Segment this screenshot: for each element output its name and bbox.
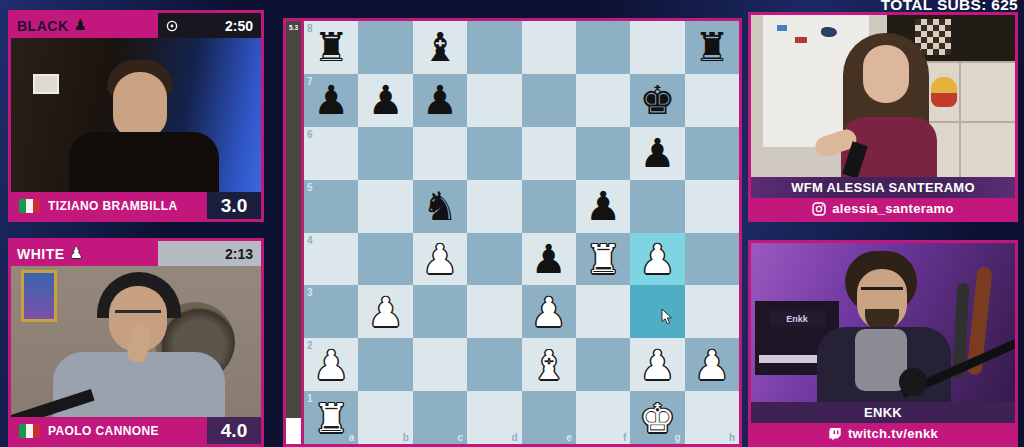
square-g6[interactable]: ♟: [630, 127, 684, 180]
webcam-commentator-top: [751, 15, 1015, 177]
black-side-label: BLACK: [17, 18, 69, 34]
white-player-panel: WHITE ♟ 2:13 PAOLO CANNONE 4.0: [8, 238, 264, 447]
black-player-face: [113, 72, 167, 138]
square-c1[interactable]: c: [413, 391, 467, 444]
square-f4[interactable]: ♜: [576, 233, 630, 286]
commentator-bottom-handle: twitch.tv/enkk: [848, 426, 938, 441]
file-label-e: e: [566, 432, 572, 443]
square-e2[interactable]: ♝: [522, 338, 576, 391]
commentator-bottom-title: ENKK: [864, 405, 902, 420]
file-label-g: g: [675, 432, 681, 443]
square-b8[interactable]: [358, 21, 412, 74]
commentator-top-panel: WFM ALESSIA SANTERAMO alessia_santeramo: [748, 12, 1018, 222]
square-g4[interactable]: ♟: [630, 233, 684, 286]
italy-flag-icon: [19, 199, 40, 213]
square-d2[interactable]: [467, 338, 521, 391]
white-player-clock: 2:13: [158, 241, 261, 266]
square-g1[interactable]: g♚: [630, 391, 684, 444]
black-king: ♚: [630, 74, 684, 127]
white-bishop: ♝: [522, 338, 576, 391]
black-player-panel: BLACK ♟ 2:50 TIZIANO BRAMBILLA 3.0: [8, 10, 264, 222]
square-c6[interactable]: [413, 127, 467, 180]
rank-label-1: 1: [307, 393, 313, 404]
rank-label-8: 8: [307, 23, 313, 34]
file-label-d: d: [511, 432, 517, 443]
square-h7[interactable]: [685, 74, 739, 127]
webcam-black-player: [11, 38, 261, 192]
black-player-header: BLACK ♟ 2:50: [11, 13, 261, 38]
square-f2[interactable]: [576, 338, 630, 391]
square-b7[interactable]: ♟: [358, 74, 412, 127]
square-h3[interactable]: [685, 285, 739, 338]
square-e7[interactable]: [522, 74, 576, 127]
square-c3[interactable]: [413, 285, 467, 338]
square-b2[interactable]: [358, 338, 412, 391]
file-label-b: b: [403, 432, 409, 443]
instagram-icon: [812, 202, 826, 216]
square-a1[interactable]: 1a♜: [304, 391, 358, 444]
white-rook: ♜: [576, 233, 630, 286]
microphone: [899, 368, 927, 396]
square-d5[interactable]: [467, 180, 521, 233]
rank-label-7: 7: [307, 76, 313, 87]
black-player-name-bar: TIZIANO BRAMBILLA 3.0: [11, 192, 261, 219]
square-a8[interactable]: 8♜: [304, 21, 358, 74]
white-pawn: ♟: [685, 338, 739, 391]
square-g2[interactable]: ♟: [630, 338, 684, 391]
square-a3[interactable]: 3: [304, 285, 358, 338]
black-bishop: ♝: [413, 21, 467, 74]
square-c5[interactable]: ♞: [413, 180, 467, 233]
square-b1[interactable]: b: [358, 391, 412, 444]
square-h2[interactable]: ♟: [685, 338, 739, 391]
square-h6[interactable]: [685, 127, 739, 180]
square-c7[interactable]: ♟: [413, 74, 467, 127]
rank-label-5: 5: [307, 182, 313, 193]
square-h4[interactable]: [685, 233, 739, 286]
square-e6[interactable]: [522, 127, 576, 180]
black-player-clock: 2:50: [158, 13, 261, 38]
wall-poster: [21, 270, 57, 322]
rank-label-3: 3: [307, 287, 313, 298]
square-a6[interactable]: 6: [304, 127, 358, 180]
commentator-bottom-panel: Enkk ENKK twitch.tv/enkk: [748, 240, 1018, 447]
square-h1[interactable]: h: [685, 391, 739, 444]
white-player-name: PAOLO CANNONE: [48, 424, 159, 438]
black-player-score: 3.0: [207, 192, 261, 219]
square-h5[interactable]: [685, 180, 739, 233]
white-player-name-bar: PAOLO CANNONE 4.0: [11, 417, 261, 444]
square-h8[interactable]: ♜: [685, 21, 739, 74]
square-b5[interactable]: [358, 180, 412, 233]
commentator-bottom-handle-bar: twitch.tv/enkk: [751, 423, 1015, 444]
square-f8[interactable]: [576, 21, 630, 74]
square-b6[interactable]: [358, 127, 412, 180]
white-pawn: ♟: [358, 285, 412, 338]
square-g8[interactable]: [630, 21, 684, 74]
black-player-name: TIZIANO BRAMBILLA: [48, 199, 177, 213]
square-e4[interactable]: ♟: [522, 233, 576, 286]
square-d7[interactable]: [467, 74, 521, 127]
square-f6[interactable]: [576, 127, 630, 180]
board-module: 5.3 8♜♝♜7♟♟♟♚6♟5♞♟4♟♟♜♟3♟♟2♟♝♟♟1a♜bcdefg…: [283, 18, 742, 447]
square-a7[interactable]: 7♟: [304, 74, 358, 127]
mouse-cursor: [661, 309, 674, 325]
file-label-c: c: [458, 432, 464, 443]
square-g5[interactable]: [630, 180, 684, 233]
square-e5[interactable]: [522, 180, 576, 233]
black-time: 2:50: [225, 18, 253, 34]
square-d8[interactable]: [467, 21, 521, 74]
square-a2[interactable]: 2♟: [304, 338, 358, 391]
square-c8[interactable]: ♝: [413, 21, 467, 74]
black-pawn-icon: ♟: [74, 18, 87, 33]
square-a5[interactable]: 5: [304, 180, 358, 233]
black-pawn: ♟: [358, 74, 412, 127]
rank-label-2: 2: [307, 340, 313, 351]
white-pawn: ♟: [630, 233, 684, 286]
white-player-score: 4.0: [207, 417, 261, 444]
white-time: 2:13: [225, 246, 253, 262]
black-pawn: ♟: [522, 233, 576, 286]
black-pawn: ♟: [630, 127, 684, 180]
italy-flag-icon: [19, 424, 40, 438]
commentator-top-title: WFM ALESSIA SANTERAMO: [791, 180, 975, 195]
black-pawn: ♟: [576, 180, 630, 233]
white-player-header: WHITE ♟ 2:13: [11, 241, 261, 266]
black-rook: ♜: [685, 21, 739, 74]
clock-icon: [166, 20, 178, 32]
square-e8[interactable]: [522, 21, 576, 74]
white-side-label: WHITE: [17, 246, 65, 262]
rank-label-6: 6: [307, 129, 313, 140]
black-knight: ♞: [413, 180, 467, 233]
rank-label-4: 4: [307, 235, 313, 246]
white-pawn: ♟: [413, 233, 467, 286]
commentator-top-handle: alessia_santeramo: [832, 201, 953, 216]
file-label-h: h: [729, 432, 735, 443]
square-c4[interactable]: ♟: [413, 233, 467, 286]
square-d6[interactable]: [467, 127, 521, 180]
wall-picture: [33, 74, 59, 94]
square-b4[interactable]: [358, 233, 412, 286]
commentator-top-title-bar: WFM ALESSIA SANTERAMO: [751, 177, 1015, 198]
square-e1[interactable]: e: [522, 391, 576, 444]
square-d3[interactable]: [467, 285, 521, 338]
square-c2[interactable]: [413, 338, 467, 391]
square-d1[interactable]: d: [467, 391, 521, 444]
webcam-white-player: [11, 266, 261, 417]
twitch-icon: [828, 427, 842, 441]
commentator-bottom-title-bar: ENKK: [751, 402, 1015, 423]
room-sign: Enkk: [769, 311, 825, 327]
square-b3[interactable]: ♟: [358, 285, 412, 338]
commentator-top-handle-bar: alessia_santeramo: [751, 198, 1015, 219]
black-pawn: ♟: [413, 74, 467, 127]
white-pawn: ♟: [630, 338, 684, 391]
square-a4[interactable]: 4: [304, 233, 358, 286]
square-f7[interactable]: [576, 74, 630, 127]
square-d4[interactable]: [467, 233, 521, 286]
commentator-top-face: [863, 45, 909, 103]
square-f3[interactable]: [576, 285, 630, 338]
square-g3[interactable]: [630, 285, 684, 338]
chess-board[interactable]: 8♜♝♜7♟♟♟♚6♟5♞♟4♟♟♜♟3♟♟2♟♝♟♟1a♜bcdefg♚h: [304, 21, 739, 444]
white-pawn-icon: ♟: [70, 246, 83, 261]
square-g7[interactable]: ♚: [630, 74, 684, 127]
file-label-f: f: [623, 432, 626, 443]
white-pawn: ♟: [522, 285, 576, 338]
square-e3[interactable]: ♟: [522, 285, 576, 338]
evaluation-white-portion: [286, 418, 301, 444]
evaluation-value: 5.3: [286, 24, 301, 31]
square-f5[interactable]: ♟: [576, 180, 630, 233]
file-label-a: a: [349, 432, 355, 443]
webcam-commentator-bottom: Enkk: [751, 243, 1015, 402]
square-f1[interactable]: f: [576, 391, 630, 444]
evaluation-bar: 5.3: [286, 21, 301, 444]
